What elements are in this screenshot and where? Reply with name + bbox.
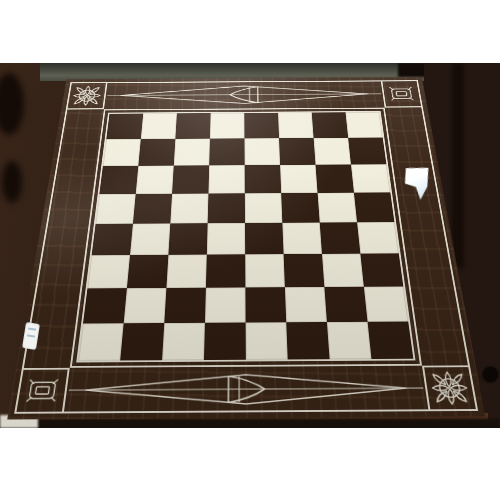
square-g4[interactable] — [320, 222, 361, 254]
square-h1[interactable] — [368, 322, 414, 359]
square-c8[interactable] — [175, 113, 210, 139]
square-a6[interactable] — [99, 166, 138, 194]
square-f4[interactable] — [282, 223, 322, 255]
square-h2[interactable] — [364, 286, 408, 321]
square-g1[interactable] — [327, 322, 372, 359]
chess-board — [7, 77, 485, 420]
square-e3[interactable] — [245, 254, 285, 287]
square-g7[interactable] — [314, 138, 351, 165]
square-a1[interactable] — [78, 323, 123, 360]
square-a3[interactable] — [87, 255, 130, 288]
square-f3[interactable] — [284, 254, 325, 287]
square-d3[interactable] — [206, 254, 245, 287]
square-a2[interactable] — [83, 288, 127, 323]
square-d6[interactable] — [208, 165, 244, 193]
square-d7[interactable] — [209, 138, 244, 165]
square-a7[interactable] — [103, 139, 141, 166]
square-d4[interactable] — [207, 223, 245, 255]
square-e7[interactable] — [244, 138, 280, 165]
photo-area — [0, 63, 500, 428]
table-groove — [452, 63, 464, 268]
square-e1[interactable] — [246, 322, 288, 359]
square-a8[interactable] — [106, 114, 143, 140]
square-e6[interactable] — [245, 165, 282, 193]
square-d8[interactable] — [210, 113, 245, 139]
square-a5[interactable] — [96, 194, 136, 224]
square-g8[interactable] — [312, 112, 348, 138]
square-e8[interactable] — [244, 113, 279, 139]
square-h7[interactable] — [348, 138, 386, 165]
square-a4[interactable] — [92, 224, 133, 256]
square-d1[interactable] — [204, 323, 246, 360]
square-h5[interactable] — [354, 192, 394, 222]
square-c4[interactable] — [168, 223, 207, 255]
checkerboard-grid — [78, 112, 413, 361]
square-e4[interactable] — [245, 223, 284, 255]
square-d2[interactable] — [205, 287, 246, 322]
square-e2[interactable] — [245, 287, 286, 322]
square-g3[interactable] — [322, 254, 364, 287]
square-e5[interactable] — [245, 193, 283, 223]
square-b3[interactable] — [127, 255, 168, 288]
square-d5[interactable] — [208, 193, 245, 223]
square-c1[interactable] — [162, 323, 205, 360]
square-f1[interactable] — [286, 322, 329, 359]
table-knob — [483, 367, 498, 382]
square-b4[interactable] — [130, 223, 170, 255]
square-f8[interactable] — [278, 113, 314, 139]
square-b8[interactable] — [141, 113, 177, 139]
carved-ornament — [2, 161, 22, 203]
square-f7[interactable] — [279, 138, 315, 165]
square-b5[interactable] — [133, 194, 172, 224]
bottom-band-inlay — [8, 365, 484, 413]
square-f5[interactable] — [281, 193, 320, 223]
square-c6[interactable] — [172, 165, 209, 193]
square-g6[interactable] — [316, 165, 354, 193]
square-f6[interactable] — [280, 165, 317, 193]
square-c2[interactable] — [164, 288, 206, 323]
square-c5[interactable] — [170, 194, 208, 224]
square-h8[interactable] — [345, 112, 382, 138]
top-band-inlay — [61, 80, 427, 109]
square-c3[interactable] — [166, 255, 206, 288]
square-g2[interactable] — [324, 287, 367, 322]
square-h6[interactable] — [351, 164, 390, 192]
square-b6[interactable] — [136, 166, 174, 194]
board-shadow — [0, 419, 500, 428]
square-h4[interactable] — [357, 222, 399, 254]
square-b7[interactable] — [138, 139, 175, 166]
square-g5[interactable] — [318, 193, 358, 223]
square-c7[interactable] — [174, 139, 210, 166]
square-h3[interactable] — [360, 253, 403, 286]
screenshot-root — [0, 0, 500, 500]
square-b1[interactable] — [120, 323, 164, 360]
playing-area-frame — [76, 111, 415, 363]
square-f2[interactable] — [285, 287, 327, 322]
square-b2[interactable] — [124, 288, 167, 323]
